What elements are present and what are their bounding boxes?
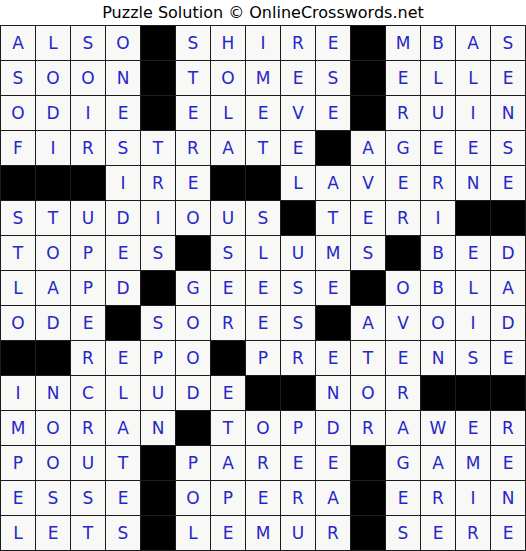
letter-cell-r12c11: R bbox=[351, 411, 385, 445]
letter-cell-r4c8: T bbox=[246, 131, 280, 165]
letter-cell-r12c8: O bbox=[246, 411, 280, 445]
letter-cell-r3c14: I bbox=[456, 96, 490, 130]
letter-cell-r1c2: L bbox=[36, 26, 70, 60]
letter-cell-r7c4: E bbox=[106, 236, 140, 270]
letter-cell-r1c9: R bbox=[281, 26, 315, 60]
block-cell-r11c15 bbox=[491, 376, 525, 410]
letter-cell-r12c9: P bbox=[281, 411, 315, 445]
letter-cell-r5c13: R bbox=[421, 166, 455, 200]
letter-cell-r6c3: U bbox=[71, 201, 105, 235]
letter-cell-r9c13: O bbox=[421, 306, 455, 340]
letter-cell-r5c12: E bbox=[386, 166, 420, 200]
letter-cell-r14c6: O bbox=[176, 481, 210, 515]
letter-cell-r14c13: R bbox=[421, 481, 455, 515]
letter-cell-r11c6: D bbox=[176, 376, 210, 410]
letter-cell-r9c6: O bbox=[176, 306, 210, 340]
letter-cell-r6c4: D bbox=[106, 201, 140, 235]
letter-cell-r9c3: E bbox=[71, 306, 105, 340]
letter-cell-r8c3: P bbox=[71, 271, 105, 305]
letter-cell-r3c3: I bbox=[71, 96, 105, 130]
letter-cell-r11c3: C bbox=[71, 376, 105, 410]
letter-cell-r5c15: E bbox=[491, 166, 525, 200]
letter-cell-r13c2: O bbox=[36, 446, 70, 480]
letter-cell-r13c7: A bbox=[211, 446, 245, 480]
letter-cell-r12c2: O bbox=[36, 411, 70, 445]
letter-cell-r15c13: E bbox=[421, 516, 455, 550]
letter-cell-r5c4: I bbox=[106, 166, 140, 200]
letter-cell-r12c5: N bbox=[141, 411, 175, 445]
letter-cell-r11c11: O bbox=[351, 376, 385, 410]
letter-cell-r1c8: I bbox=[246, 26, 280, 60]
letter-cell-r7c10: M bbox=[316, 236, 350, 270]
letter-cell-r6c11: E bbox=[351, 201, 385, 235]
letter-cell-r8c13: B bbox=[421, 271, 455, 305]
letter-cell-r13c4: T bbox=[106, 446, 140, 480]
letter-cell-r10c4: E bbox=[106, 341, 140, 375]
block-cell-r14c11 bbox=[351, 481, 385, 515]
letter-cell-r2c12: E bbox=[386, 61, 420, 95]
letter-cell-r14c10: A bbox=[316, 481, 350, 515]
block-cell-r9c10 bbox=[316, 306, 350, 340]
letter-cell-r14c12: E bbox=[386, 481, 420, 515]
block-cell-r12c6 bbox=[176, 411, 210, 445]
letter-cell-r2c4: N bbox=[106, 61, 140, 95]
letter-cell-r15c4: S bbox=[106, 516, 140, 550]
letter-cell-r13c9: E bbox=[281, 446, 315, 480]
letter-cell-r1c4: O bbox=[106, 26, 140, 60]
letter-cell-r4c14: E bbox=[456, 131, 490, 165]
letter-cell-r2c14: L bbox=[456, 61, 490, 95]
letter-cell-r4c9: E bbox=[281, 131, 315, 165]
letter-cell-r1c10: E bbox=[316, 26, 350, 60]
crossword-grid: ALSOSHIREMBASSOONTOMESELLEODIEELEVERUINF… bbox=[0, 25, 526, 551]
letter-cell-r5c11: V bbox=[351, 166, 385, 200]
letter-cell-r10c12: E bbox=[386, 341, 420, 375]
block-cell-r10c7 bbox=[211, 341, 245, 375]
block-cell-r2c5 bbox=[141, 61, 175, 95]
letter-cell-r10c13: N bbox=[421, 341, 455, 375]
letter-cell-r4c11: A bbox=[351, 131, 385, 165]
block-cell-r5c1 bbox=[1, 166, 35, 200]
letter-cell-r2c15: E bbox=[491, 61, 525, 95]
letter-cell-r12c10: D bbox=[316, 411, 350, 445]
letter-cell-r4c12: G bbox=[386, 131, 420, 165]
letter-cell-r7c14: E bbox=[456, 236, 490, 270]
letter-cell-r1c15: S bbox=[491, 26, 525, 60]
letter-cell-r8c10: E bbox=[316, 271, 350, 305]
block-cell-r7c6 bbox=[176, 236, 210, 270]
block-cell-r14c5 bbox=[141, 481, 175, 515]
block-cell-r11c13 bbox=[421, 376, 455, 410]
letter-cell-r9c11: A bbox=[351, 306, 385, 340]
letter-cell-r11c12: R bbox=[386, 376, 420, 410]
letter-cell-r6c13: I bbox=[421, 201, 455, 235]
letter-cell-r12c15: R bbox=[491, 411, 525, 445]
block-cell-r8c11 bbox=[351, 271, 385, 305]
letter-cell-r8c14: L bbox=[456, 271, 490, 305]
letter-cell-r8c9: S bbox=[281, 271, 315, 305]
letter-cell-r2c13: L bbox=[421, 61, 455, 95]
letter-cell-r6c5: I bbox=[141, 201, 175, 235]
letter-cell-r8c12: O bbox=[386, 271, 420, 305]
letter-cell-r10c5: P bbox=[141, 341, 175, 375]
block-cell-r8c5 bbox=[141, 271, 175, 305]
block-cell-r1c11 bbox=[351, 26, 385, 60]
letter-cell-r15c6: L bbox=[176, 516, 210, 550]
letter-cell-r1c12: M bbox=[386, 26, 420, 60]
letter-cell-r9c15: D bbox=[491, 306, 525, 340]
letter-cell-r3c7: L bbox=[211, 96, 245, 130]
letter-cell-r8c7: E bbox=[211, 271, 245, 305]
letter-cell-r9c14: I bbox=[456, 306, 490, 340]
letter-cell-r9c9: S bbox=[281, 306, 315, 340]
letter-cell-r13c13: A bbox=[421, 446, 455, 480]
letter-cell-r3c13: U bbox=[421, 96, 455, 130]
letter-cell-r13c12: G bbox=[386, 446, 420, 480]
letter-cell-r5c10: A bbox=[316, 166, 350, 200]
letter-cell-r10c14: S bbox=[456, 341, 490, 375]
letter-cell-r8c1: L bbox=[1, 271, 35, 305]
letter-cell-r7c7: S bbox=[211, 236, 245, 270]
letter-cell-r1c7: H bbox=[211, 26, 245, 60]
letter-cell-r7c11: S bbox=[351, 236, 385, 270]
block-cell-r4c10 bbox=[316, 131, 350, 165]
block-cell-r2c11 bbox=[351, 61, 385, 95]
letter-cell-r14c7: P bbox=[211, 481, 245, 515]
letter-cell-r11c5: U bbox=[141, 376, 175, 410]
letter-cell-r8c6: G bbox=[176, 271, 210, 305]
letter-cell-r10c8: P bbox=[246, 341, 280, 375]
block-cell-r7c12 bbox=[386, 236, 420, 270]
letter-cell-r2c2: O bbox=[36, 61, 70, 95]
letter-cell-r11c1: I bbox=[1, 376, 35, 410]
letter-cell-r13c8: R bbox=[246, 446, 280, 480]
letter-cell-r15c2: E bbox=[36, 516, 70, 550]
letter-cell-r13c14: M bbox=[456, 446, 490, 480]
letter-cell-r2c3: O bbox=[71, 61, 105, 95]
letter-cell-r4c3: R bbox=[71, 131, 105, 165]
letter-cell-r1c6: S bbox=[176, 26, 210, 60]
block-cell-r6c9 bbox=[281, 201, 315, 235]
letter-cell-r6c12: R bbox=[386, 201, 420, 235]
letter-cell-r4c1: F bbox=[1, 131, 35, 165]
letter-cell-r7c9: U bbox=[281, 236, 315, 270]
letter-cell-r9c7: R bbox=[211, 306, 245, 340]
letter-cell-r8c15: A bbox=[491, 271, 525, 305]
letter-cell-r10c3: R bbox=[71, 341, 105, 375]
letter-cell-r12c14: E bbox=[456, 411, 490, 445]
letter-cell-r1c3: S bbox=[71, 26, 105, 60]
letter-cell-r14c8: E bbox=[246, 481, 280, 515]
block-cell-r6c15 bbox=[491, 201, 525, 235]
block-cell-r10c2 bbox=[36, 341, 70, 375]
letter-cell-r6c8: S bbox=[246, 201, 280, 235]
letter-cell-r12c12: A bbox=[386, 411, 420, 445]
block-cell-r1c5 bbox=[141, 26, 175, 60]
letter-cell-r6c6: O bbox=[176, 201, 210, 235]
letter-cell-r7c3: P bbox=[71, 236, 105, 270]
letter-cell-r9c2: D bbox=[36, 306, 70, 340]
block-cell-r5c3 bbox=[71, 166, 105, 200]
letter-cell-r4c7: A bbox=[211, 131, 245, 165]
letter-cell-r6c10: T bbox=[316, 201, 350, 235]
letter-cell-r9c8: E bbox=[246, 306, 280, 340]
letter-cell-r15c14: R bbox=[456, 516, 490, 550]
letter-cell-r13c10: E bbox=[316, 446, 350, 480]
letter-cell-r15c8: M bbox=[246, 516, 280, 550]
letter-cell-r2c6: T bbox=[176, 61, 210, 95]
letter-cell-r10c6: O bbox=[176, 341, 210, 375]
letter-cell-r12c4: A bbox=[106, 411, 140, 445]
block-cell-r3c5 bbox=[141, 96, 175, 130]
letter-cell-r14c2: S bbox=[36, 481, 70, 515]
letter-cell-r3c10: E bbox=[316, 96, 350, 130]
letter-cell-r1c14: A bbox=[456, 26, 490, 60]
letter-cell-r7c15: D bbox=[491, 236, 525, 270]
block-cell-r6c14 bbox=[456, 201, 490, 235]
letter-cell-r9c5: S bbox=[141, 306, 175, 340]
letter-cell-r3c4: E bbox=[106, 96, 140, 130]
letter-cell-r15c7: E bbox=[211, 516, 245, 550]
letter-cell-r12c1: M bbox=[1, 411, 35, 445]
block-cell-r5c8 bbox=[246, 166, 280, 200]
letter-cell-r7c8: L bbox=[246, 236, 280, 270]
letter-cell-r2c7: O bbox=[211, 61, 245, 95]
letter-cell-r12c7: T bbox=[211, 411, 245, 445]
letter-cell-r13c15: E bbox=[491, 446, 525, 480]
letter-cell-r6c1: S bbox=[1, 201, 35, 235]
letter-cell-r4c2: I bbox=[36, 131, 70, 165]
letter-cell-r5c14: N bbox=[456, 166, 490, 200]
letter-cell-r1c1: A bbox=[1, 26, 35, 60]
block-cell-r11c8 bbox=[246, 376, 280, 410]
letter-cell-r3c9: V bbox=[281, 96, 315, 130]
letter-cell-r13c6: P bbox=[176, 446, 210, 480]
letter-cell-r4c5: T bbox=[141, 131, 175, 165]
letter-cell-r7c2: O bbox=[36, 236, 70, 270]
block-cell-r10c1 bbox=[1, 341, 35, 375]
letter-cell-r11c7: E bbox=[211, 376, 245, 410]
block-cell-r13c11 bbox=[351, 446, 385, 480]
letter-cell-r3c8: E bbox=[246, 96, 280, 130]
letter-cell-r8c4: D bbox=[106, 271, 140, 305]
letter-cell-r6c7: U bbox=[211, 201, 245, 235]
letter-cell-r8c8: E bbox=[246, 271, 280, 305]
letter-cell-r14c3: S bbox=[71, 481, 105, 515]
letter-cell-r4c6: R bbox=[176, 131, 210, 165]
block-cell-r13c5 bbox=[141, 446, 175, 480]
block-cell-r11c9 bbox=[281, 376, 315, 410]
letter-cell-r9c12: V bbox=[386, 306, 420, 340]
letter-cell-r13c3: U bbox=[71, 446, 105, 480]
letter-cell-r14c14: I bbox=[456, 481, 490, 515]
letter-cell-r2c1: S bbox=[1, 61, 35, 95]
letter-cell-r3c15: N bbox=[491, 96, 525, 130]
letter-cell-r12c3: R bbox=[71, 411, 105, 445]
letter-cell-r15c15: E bbox=[491, 516, 525, 550]
letter-cell-r4c4: S bbox=[106, 131, 140, 165]
block-cell-r5c2 bbox=[36, 166, 70, 200]
letter-cell-r10c9: R bbox=[281, 341, 315, 375]
block-cell-r15c11 bbox=[351, 516, 385, 550]
letter-cell-r7c13: B bbox=[421, 236, 455, 270]
letter-cell-r11c4: L bbox=[106, 376, 140, 410]
letter-cell-r1c13: B bbox=[421, 26, 455, 60]
letter-cell-r15c10: R bbox=[316, 516, 350, 550]
letter-cell-r3c12: R bbox=[386, 96, 420, 130]
letter-cell-r10c10: E bbox=[316, 341, 350, 375]
block-cell-r11c14 bbox=[456, 376, 490, 410]
letter-cell-r3c6: E bbox=[176, 96, 210, 130]
letter-cell-r9c1: O bbox=[1, 306, 35, 340]
letter-cell-r5c5: R bbox=[141, 166, 175, 200]
letter-cell-r12c13: W bbox=[421, 411, 455, 445]
letter-cell-r13c1: P bbox=[1, 446, 35, 480]
letter-cell-r4c15: S bbox=[491, 131, 525, 165]
block-cell-r5c7 bbox=[211, 166, 245, 200]
block-cell-r3c11 bbox=[351, 96, 385, 130]
letter-cell-r11c2: N bbox=[36, 376, 70, 410]
letter-cell-r5c9: L bbox=[281, 166, 315, 200]
letter-cell-r15c3: T bbox=[71, 516, 105, 550]
letter-cell-r2c8: M bbox=[246, 61, 280, 95]
letter-cell-r11c10: N bbox=[316, 376, 350, 410]
letter-cell-r14c15: N bbox=[491, 481, 525, 515]
letter-cell-r15c12: S bbox=[386, 516, 420, 550]
letter-cell-r14c1: E bbox=[1, 481, 35, 515]
letter-cell-r4c13: E bbox=[421, 131, 455, 165]
letter-cell-r10c15: E bbox=[491, 341, 525, 375]
letter-cell-r15c1: L bbox=[1, 516, 35, 550]
letter-cell-r2c9: E bbox=[281, 61, 315, 95]
page-title: Puzzle Solution © OnlineCrosswords.net bbox=[0, 0, 526, 25]
letter-cell-r2c10: S bbox=[316, 61, 350, 95]
letter-cell-r14c4: E bbox=[106, 481, 140, 515]
block-cell-r9c4 bbox=[106, 306, 140, 340]
letter-cell-r15c9: U bbox=[281, 516, 315, 550]
letter-cell-r3c1: O bbox=[1, 96, 35, 130]
letter-cell-r8c2: A bbox=[36, 271, 70, 305]
letter-cell-r7c1: T bbox=[1, 236, 35, 270]
letter-cell-r7c5: S bbox=[141, 236, 175, 270]
letter-cell-r6c2: T bbox=[36, 201, 70, 235]
letter-cell-r14c9: R bbox=[281, 481, 315, 515]
letter-cell-r3c2: D bbox=[36, 96, 70, 130]
letter-cell-r10c11: T bbox=[351, 341, 385, 375]
letter-cell-r5c6: E bbox=[176, 166, 210, 200]
block-cell-r15c5 bbox=[141, 516, 175, 550]
